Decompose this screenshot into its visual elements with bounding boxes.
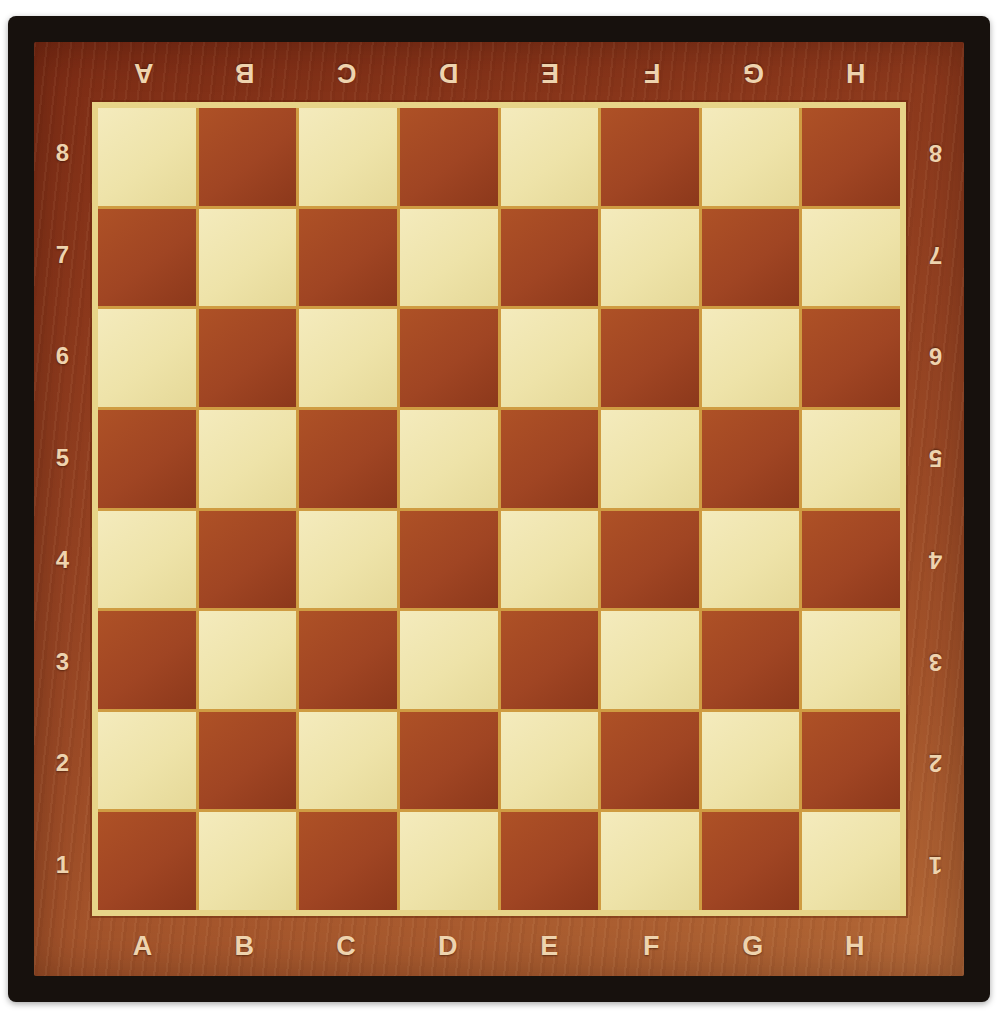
square-b1[interactable]: [199, 812, 297, 910]
square-c8[interactable]: [299, 108, 397, 206]
square-f1[interactable]: [601, 812, 699, 910]
files-top: ABCDEFGH: [92, 42, 906, 102]
square-f8[interactable]: [601, 108, 699, 206]
file-label-bottom-c: C: [336, 933, 357, 960]
rank-label-right-2: 2: [928, 751, 942, 775]
square-f2[interactable]: [601, 712, 699, 810]
file-label-top-b: B: [234, 59, 255, 86]
square-d1[interactable]: [400, 812, 498, 910]
square-f4[interactable]: [601, 511, 699, 609]
square-g4[interactable]: [702, 511, 800, 609]
rank-label-right-5: 5: [928, 446, 942, 470]
square-e2[interactable]: [501, 712, 599, 810]
square-d3[interactable]: [400, 611, 498, 709]
file-label-bottom-b: B: [234, 933, 255, 960]
file-label-top-e: E: [540, 59, 559, 86]
square-h7[interactable]: [802, 209, 900, 307]
square-g2[interactable]: [702, 712, 800, 810]
file-label-bottom-a: A: [133, 933, 154, 960]
square-h4[interactable]: [802, 511, 900, 609]
rank-label-left-8: 8: [56, 141, 70, 165]
square-d8[interactable]: [400, 108, 498, 206]
square-f3[interactable]: [601, 611, 699, 709]
square-d2[interactable]: [400, 712, 498, 810]
board-outer-frame: ABCDEFGH ABCDEFGH 87654321 87654321: [8, 16, 990, 1002]
square-b3[interactable]: [199, 611, 297, 709]
square-e7[interactable]: [501, 209, 599, 307]
file-label-bottom-h: H: [845, 933, 866, 960]
square-h5[interactable]: [802, 410, 900, 508]
square-g7[interactable]: [702, 209, 800, 307]
rank-label-right-6: 6: [928, 344, 942, 368]
square-g3[interactable]: [702, 611, 800, 709]
square-h6[interactable]: [802, 309, 900, 407]
rank-label-left-5: 5: [56, 446, 70, 470]
ranks-right: 87654321: [906, 102, 964, 916]
file-label-bottom-d: D: [438, 933, 459, 960]
square-a7[interactable]: [98, 209, 196, 307]
file-label-bottom-g: G: [742, 933, 764, 960]
square-d6[interactable]: [400, 309, 498, 407]
square-a2[interactable]: [98, 712, 196, 810]
square-b4[interactable]: [199, 511, 297, 609]
square-b6[interactable]: [199, 309, 297, 407]
square-b2[interactable]: [199, 712, 297, 810]
square-c4[interactable]: [299, 511, 397, 609]
square-d4[interactable]: [400, 511, 498, 609]
square-e4[interactable]: [501, 511, 599, 609]
square-c3[interactable]: [299, 611, 397, 709]
square-c6[interactable]: [299, 309, 397, 407]
rank-label-right-8: 8: [928, 141, 942, 165]
square-a1[interactable]: [98, 812, 196, 910]
square-c7[interactable]: [299, 209, 397, 307]
square-f6[interactable]: [601, 309, 699, 407]
file-label-bottom-e: E: [540, 933, 559, 960]
square-g6[interactable]: [702, 309, 800, 407]
file-label-top-a: A: [133, 59, 154, 86]
square-e3[interactable]: [501, 611, 599, 709]
square-h2[interactable]: [802, 712, 900, 810]
square-g5[interactable]: [702, 410, 800, 508]
square-a8[interactable]: [98, 108, 196, 206]
square-b8[interactable]: [199, 108, 297, 206]
square-a5[interactable]: [98, 410, 196, 508]
square-b7[interactable]: [199, 209, 297, 307]
square-f7[interactable]: [601, 209, 699, 307]
rank-label-right-3: 3: [928, 650, 942, 674]
rank-label-left-1: 1: [56, 853, 70, 877]
file-label-bottom-f: F: [643, 933, 661, 960]
file-label-top-f: F: [643, 59, 661, 86]
board-wood-border: ABCDEFGH ABCDEFGH 87654321 87654321: [34, 42, 964, 976]
square-e6[interactable]: [501, 309, 599, 407]
square-c5[interactable]: [299, 410, 397, 508]
file-label-top-d: D: [438, 59, 459, 86]
square-b5[interactable]: [199, 410, 297, 508]
files-bottom: ABCDEFGH: [92, 916, 906, 976]
ranks-left: 87654321: [34, 102, 92, 916]
square-g1[interactable]: [702, 812, 800, 910]
square-a3[interactable]: [98, 611, 196, 709]
rank-label-right-7: 7: [928, 243, 942, 267]
rank-label-right-4: 4: [928, 548, 942, 572]
rank-label-left-4: 4: [56, 548, 70, 572]
board-pinstripe: [92, 102, 906, 916]
square-g8[interactable]: [702, 108, 800, 206]
square-e1[interactable]: [501, 812, 599, 910]
square-d5[interactable]: [400, 410, 498, 508]
square-f5[interactable]: [601, 410, 699, 508]
rank-label-left-3: 3: [56, 650, 70, 674]
square-a4[interactable]: [98, 511, 196, 609]
square-h3[interactable]: [802, 611, 900, 709]
square-e8[interactable]: [501, 108, 599, 206]
square-e5[interactable]: [501, 410, 599, 508]
file-label-top-h: H: [845, 59, 866, 86]
square-h1[interactable]: [802, 812, 900, 910]
file-label-top-c: C: [336, 59, 357, 86]
square-d7[interactable]: [400, 209, 498, 307]
square-c2[interactable]: [299, 712, 397, 810]
chessboard-grid: [98, 108, 900, 910]
square-a6[interactable]: [98, 309, 196, 407]
square-c1[interactable]: [299, 812, 397, 910]
square-h8[interactable]: [802, 108, 900, 206]
rank-label-left-7: 7: [56, 243, 70, 267]
rank-label-right-1: 1: [928, 853, 942, 877]
rank-label-left-6: 6: [56, 344, 70, 368]
file-label-top-g: G: [742, 59, 764, 86]
rank-label-left-2: 2: [56, 751, 70, 775]
